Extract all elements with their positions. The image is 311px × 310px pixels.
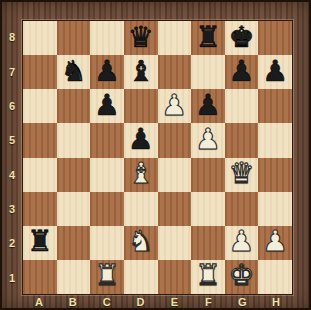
square-b6[interactable] <box>57 89 91 123</box>
board: ♛♜♚♞♟♝♟♟♟♟♟♟♟♝♛♜♞♟♟♜♜♚ <box>22 20 293 295</box>
chess-board-frame: 87654321 ♛♜♚♞♟♝♟♟♟♟♟♟♟♝♛♜♞♟♟♜♜♚ ABCDEFGH <box>0 0 311 310</box>
square-h6[interactable] <box>258 89 292 123</box>
piece-white-pawn[interactable]: ♟ <box>161 91 187 120</box>
piece-black-pawn[interactable]: ♟ <box>94 91 120 120</box>
square-e4[interactable] <box>158 158 192 192</box>
square-b8[interactable] <box>57 21 91 55</box>
file-label-g: G <box>225 295 259 309</box>
square-b3[interactable] <box>57 192 91 226</box>
piece-white-rook[interactable]: ♜ <box>195 261 221 290</box>
square-a5[interactable] <box>23 123 57 157</box>
square-c2[interactable] <box>90 226 124 260</box>
square-e6[interactable]: ♟ <box>158 89 192 123</box>
square-f8[interactable]: ♜ <box>191 21 225 55</box>
piece-black-pawn[interactable]: ♟ <box>128 125 154 154</box>
rank-labels: 87654321 <box>2 20 22 295</box>
file-label-h: H <box>259 295 293 309</box>
square-e7[interactable] <box>158 55 192 89</box>
file-label-d: D <box>124 295 158 309</box>
square-b1[interactable] <box>57 260 91 294</box>
piece-black-pawn[interactable]: ♟ <box>94 57 120 86</box>
square-e5[interactable] <box>158 123 192 157</box>
square-d6[interactable] <box>124 89 158 123</box>
square-d3[interactable] <box>124 192 158 226</box>
rank-label-5: 5 <box>2 123 22 157</box>
square-g6[interactable] <box>225 89 259 123</box>
square-g8[interactable]: ♚ <box>225 21 259 55</box>
square-d4[interactable]: ♝ <box>124 158 158 192</box>
square-a7[interactable] <box>23 55 57 89</box>
file-label-c: C <box>90 295 124 309</box>
square-a4[interactable] <box>23 158 57 192</box>
square-g3[interactable] <box>225 192 259 226</box>
square-d7[interactable]: ♝ <box>124 55 158 89</box>
square-a1[interactable] <box>23 260 57 294</box>
square-c4[interactable] <box>90 158 124 192</box>
square-f4[interactable] <box>191 158 225 192</box>
square-a2[interactable]: ♜ <box>23 226 57 260</box>
square-h7[interactable]: ♟ <box>258 55 292 89</box>
square-d5[interactable]: ♟ <box>124 123 158 157</box>
rank-label-4: 4 <box>2 158 22 192</box>
square-c8[interactable] <box>90 21 124 55</box>
square-g1[interactable]: ♚ <box>225 260 259 294</box>
piece-black-rook[interactable]: ♜ <box>27 227 53 256</box>
piece-white-rook[interactable]: ♜ <box>94 261 120 290</box>
piece-black-king[interactable]: ♚ <box>229 23 255 52</box>
square-d2[interactable]: ♞ <box>124 226 158 260</box>
piece-black-pawn[interactable]: ♟ <box>262 57 288 86</box>
piece-black-rook[interactable]: ♜ <box>195 23 221 52</box>
square-c1[interactable]: ♜ <box>90 260 124 294</box>
piece-white-pawn[interactable]: ♟ <box>229 227 255 256</box>
file-label-e: E <box>158 295 192 309</box>
rank-label-8: 8 <box>2 20 22 54</box>
square-f7[interactable] <box>191 55 225 89</box>
square-e8[interactable] <box>158 21 192 55</box>
square-e3[interactable] <box>158 192 192 226</box>
piece-black-queen[interactable]: ♛ <box>128 23 154 52</box>
rank-label-7: 7 <box>2 54 22 88</box>
square-f6[interactable]: ♟ <box>191 89 225 123</box>
file-label-b: B <box>56 295 90 309</box>
piece-black-pawn[interactable]: ♟ <box>229 57 255 86</box>
piece-white-king[interactable]: ♚ <box>229 261 255 290</box>
square-h4[interactable] <box>258 158 292 192</box>
rank-label-6: 6 <box>2 89 22 123</box>
square-c3[interactable] <box>90 192 124 226</box>
square-g7[interactable]: ♟ <box>225 55 259 89</box>
square-d1[interactable] <box>124 260 158 294</box>
square-a3[interactable] <box>23 192 57 226</box>
piece-white-pawn[interactable]: ♟ <box>262 227 288 256</box>
square-b4[interactable] <box>57 158 91 192</box>
square-h2[interactable]: ♟ <box>258 226 292 260</box>
file-labels: ABCDEFGH <box>22 295 293 309</box>
square-f5[interactable]: ♟ <box>191 123 225 157</box>
square-c6[interactable]: ♟ <box>90 89 124 123</box>
square-b5[interactable] <box>57 123 91 157</box>
piece-black-knight[interactable]: ♞ <box>60 57 86 86</box>
piece-black-pawn[interactable]: ♟ <box>195 91 221 120</box>
square-g4[interactable]: ♛ <box>225 158 259 192</box>
square-h3[interactable] <box>258 192 292 226</box>
piece-white-queen[interactable]: ♛ <box>229 159 255 188</box>
piece-white-knight[interactable]: ♞ <box>128 227 154 256</box>
square-c5[interactable] <box>90 123 124 157</box>
square-e1[interactable] <box>158 260 192 294</box>
square-h1[interactable] <box>258 260 292 294</box>
file-label-a: A <box>22 295 56 309</box>
square-f2[interactable] <box>191 226 225 260</box>
rank-label-1: 1 <box>2 261 22 295</box>
square-c7[interactable]: ♟ <box>90 55 124 89</box>
square-a6[interactable] <box>23 89 57 123</box>
square-h5[interactable] <box>258 123 292 157</box>
square-g5[interactable] <box>225 123 259 157</box>
square-b7[interactable]: ♞ <box>57 55 91 89</box>
rank-label-2: 2 <box>2 226 22 260</box>
square-g2[interactable]: ♟ <box>225 226 259 260</box>
square-f3[interactable] <box>191 192 225 226</box>
square-a8[interactable] <box>23 21 57 55</box>
square-f1[interactable]: ♜ <box>191 260 225 294</box>
rank-label-3: 3 <box>2 192 22 226</box>
square-d8[interactable]: ♛ <box>124 21 158 55</box>
piece-black-bishop[interactable]: ♝ <box>128 57 154 86</box>
piece-white-bishop[interactable]: ♝ <box>128 159 154 188</box>
square-e2[interactable] <box>158 226 192 260</box>
piece-white-pawn[interactable]: ♟ <box>195 125 221 154</box>
square-h8[interactable] <box>258 21 292 55</box>
square-b2[interactable] <box>57 226 91 260</box>
file-label-f: F <box>191 295 225 309</box>
